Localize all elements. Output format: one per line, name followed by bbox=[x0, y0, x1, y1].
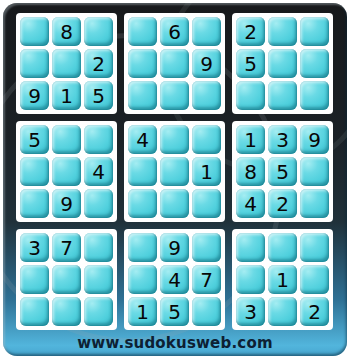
cell-r2c2[interactable] bbox=[52, 49, 81, 78]
cell-r7c5[interactable]: 9 bbox=[160, 233, 189, 262]
cell-r9c2[interactable] bbox=[52, 297, 81, 326]
cell-r3c4[interactable] bbox=[128, 81, 157, 110]
box-1-2: 69 bbox=[124, 13, 225, 114]
cell-r6c3[interactable] bbox=[84, 189, 113, 218]
box-2-1: 549 bbox=[16, 121, 117, 222]
cell-r4c6[interactable] bbox=[192, 125, 221, 154]
cell-r9c5[interactable]: 5 bbox=[160, 297, 189, 326]
cell-r9c7[interactable]: 3 bbox=[236, 297, 265, 326]
board-frame: 8291569255494113985423794715132 www.sudo… bbox=[3, 3, 347, 356]
box-2-3: 1398542 bbox=[232, 121, 333, 222]
cell-r8c9[interactable] bbox=[300, 265, 329, 294]
website-url: www.sudokusweb.com bbox=[16, 330, 334, 355]
cell-r2c5[interactable] bbox=[160, 49, 189, 78]
cell-r8c8[interactable]: 1 bbox=[268, 265, 297, 294]
cell-r3c1[interactable]: 9 bbox=[20, 81, 49, 110]
cell-r4c1[interactable]: 5 bbox=[20, 125, 49, 154]
cell-r2c8[interactable] bbox=[268, 49, 297, 78]
cell-r4c7[interactable]: 1 bbox=[236, 125, 265, 154]
cell-r5c3[interactable]: 4 bbox=[84, 157, 113, 186]
cell-r8c5[interactable]: 4 bbox=[160, 265, 189, 294]
box-2-2: 41 bbox=[124, 121, 225, 222]
cell-r5c6[interactable]: 1 bbox=[192, 157, 221, 186]
cell-r6c1[interactable] bbox=[20, 189, 49, 218]
cell-r2c9[interactable] bbox=[300, 49, 329, 78]
cell-r3c6[interactable] bbox=[192, 81, 221, 110]
box-3-1: 37 bbox=[16, 229, 117, 330]
cell-r6c6[interactable] bbox=[192, 189, 221, 218]
cell-r1c3[interactable] bbox=[84, 17, 113, 46]
sudoku-board: 8291569255494113985423794715132 bbox=[16, 13, 333, 330]
cell-r1c7[interactable]: 2 bbox=[236, 17, 265, 46]
cell-r9c9[interactable]: 2 bbox=[300, 297, 329, 326]
cell-r1c5[interactable]: 6 bbox=[160, 17, 189, 46]
cell-r1c6[interactable] bbox=[192, 17, 221, 46]
cell-r9c4[interactable]: 1 bbox=[128, 297, 157, 326]
cell-r8c3[interactable] bbox=[84, 265, 113, 294]
cell-r5c5[interactable] bbox=[160, 157, 189, 186]
cell-r7c2[interactable]: 7 bbox=[52, 233, 81, 262]
cell-r3c9[interactable] bbox=[300, 81, 329, 110]
cell-r6c4[interactable] bbox=[128, 189, 157, 218]
cell-r5c4[interactable] bbox=[128, 157, 157, 186]
cell-r9c3[interactable] bbox=[84, 297, 113, 326]
cell-r7c6[interactable] bbox=[192, 233, 221, 262]
cell-r3c8[interactable] bbox=[268, 81, 297, 110]
cell-r2c1[interactable] bbox=[20, 49, 49, 78]
cell-r7c1[interactable]: 3 bbox=[20, 233, 49, 262]
cell-r9c6[interactable] bbox=[192, 297, 221, 326]
cell-r7c9[interactable] bbox=[300, 233, 329, 262]
cell-r8c7[interactable] bbox=[236, 265, 265, 294]
cell-r8c4[interactable] bbox=[128, 265, 157, 294]
cell-r1c4[interactable] bbox=[128, 17, 157, 46]
cell-r8c2[interactable] bbox=[52, 265, 81, 294]
box-1-1: 82915 bbox=[16, 13, 117, 114]
cell-r1c8[interactable] bbox=[268, 17, 297, 46]
cell-r6c9[interactable] bbox=[300, 189, 329, 218]
cell-r7c8[interactable] bbox=[268, 233, 297, 262]
cell-r1c2[interactable]: 8 bbox=[52, 17, 81, 46]
cell-r2c3[interactable]: 2 bbox=[84, 49, 113, 78]
cell-r4c2[interactable] bbox=[52, 125, 81, 154]
cell-r2c4[interactable] bbox=[128, 49, 157, 78]
cell-r1c1[interactable] bbox=[20, 17, 49, 46]
box-1-3: 25 bbox=[232, 13, 333, 114]
cell-r6c7[interactable]: 4 bbox=[236, 189, 265, 218]
cell-r5c1[interactable] bbox=[20, 157, 49, 186]
cell-r3c3[interactable]: 5 bbox=[84, 81, 113, 110]
cell-r5c9[interactable] bbox=[300, 157, 329, 186]
box-3-3: 132 bbox=[232, 229, 333, 330]
cell-r5c7[interactable]: 8 bbox=[236, 157, 265, 186]
cell-r7c4[interactable] bbox=[128, 233, 157, 262]
cell-r3c7[interactable] bbox=[236, 81, 265, 110]
cell-r9c1[interactable] bbox=[20, 297, 49, 326]
cell-r6c2[interactable]: 9 bbox=[52, 189, 81, 218]
cell-r4c4[interactable]: 4 bbox=[128, 125, 157, 154]
cell-r3c5[interactable] bbox=[160, 81, 189, 110]
cell-r7c3[interactable] bbox=[84, 233, 113, 262]
cell-r6c8[interactable]: 2 bbox=[268, 189, 297, 218]
cell-r5c2[interactable] bbox=[52, 157, 81, 186]
cell-r4c5[interactable] bbox=[160, 125, 189, 154]
cell-r3c2[interactable]: 1 bbox=[52, 81, 81, 110]
cell-r7c7[interactable] bbox=[236, 233, 265, 262]
cell-r4c3[interactable] bbox=[84, 125, 113, 154]
cell-r9c8[interactable] bbox=[268, 297, 297, 326]
cell-r2c6[interactable]: 9 bbox=[192, 49, 221, 78]
cell-r5c8[interactable]: 5 bbox=[268, 157, 297, 186]
cell-r1c9[interactable] bbox=[300, 17, 329, 46]
cell-r8c6[interactable]: 7 bbox=[192, 265, 221, 294]
cell-r4c8[interactable]: 3 bbox=[268, 125, 297, 154]
cell-r8c1[interactable] bbox=[20, 265, 49, 294]
box-3-2: 94715 bbox=[124, 229, 225, 330]
cell-r4c9[interactable]: 9 bbox=[300, 125, 329, 154]
cell-r2c7[interactable]: 5 bbox=[236, 49, 265, 78]
cell-r6c5[interactable] bbox=[160, 189, 189, 218]
